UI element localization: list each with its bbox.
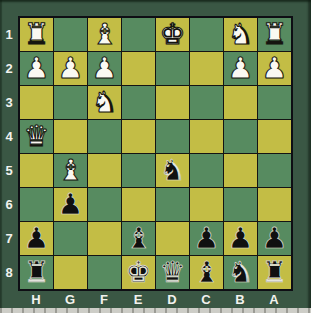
square-a2[interactable]: ♟ [258,52,291,85]
square-h8[interactable]: ♜ [20,256,53,289]
white-rook-h1: ♜ [20,18,53,51]
square-f6[interactable] [88,188,121,221]
file-label-f: F [87,291,121,308]
white-pawn-g2: ♟ [54,52,87,85]
file-label-d: D [155,291,189,308]
white-pawn-a2: ♟ [258,52,291,85]
square-g6[interactable]: ♟ [54,188,87,221]
rank-label-3: 3 [0,86,18,120]
white-knight-b1: ♞ [224,18,257,51]
chess-board: ♜♝♚♞♜♟♟♟♟♟♞♛♝♞♟♟♝♟♟♟♜♚♛♝♞♜ [18,16,293,291]
square-e7[interactable]: ♝ [122,222,155,255]
square-g7[interactable] [54,222,87,255]
white-bishop-g5: ♝ [54,154,87,187]
square-h1[interactable]: ♜ [20,18,53,51]
square-b4[interactable] [224,120,257,153]
white-pawn-h2: ♟ [20,52,53,85]
rank-label-7: 7 [0,222,18,256]
square-c4[interactable] [190,120,223,153]
square-f5[interactable] [88,154,121,187]
white-bishop-f1: ♝ [88,18,121,51]
square-h6[interactable] [20,188,53,221]
square-h2[interactable]: ♟ [20,52,53,85]
rank-label-5: 5 [0,154,18,188]
chess-board-grid: ♜♝♚♞♜♟♟♟♟♟♞♛♝♞♟♟♝♟♟♟♜♚♛♝♞♜ [20,18,291,289]
square-a5[interactable] [258,154,291,187]
square-f3[interactable]: ♞ [88,86,121,119]
rank-label-4: 4 [0,120,18,154]
black-knight-d5: ♞ [156,154,189,187]
square-e4[interactable] [122,120,155,153]
black-pawn-g6: ♟ [54,188,87,221]
square-b5[interactable] [224,154,257,187]
file-label-b: B [223,291,257,308]
square-e2[interactable] [122,52,155,85]
bottom-edge-strip [0,308,311,313]
rank-label-2: 2 [0,52,18,86]
square-b8[interactable]: ♞ [224,256,257,289]
square-c1[interactable] [190,18,223,51]
square-f4[interactable] [88,120,121,153]
square-g4[interactable] [54,120,87,153]
square-b6[interactable] [224,188,257,221]
square-f1[interactable]: ♝ [88,18,121,51]
black-king-e8: ♚ [122,256,155,289]
square-e8[interactable]: ♚ [122,256,155,289]
square-h4[interactable]: ♛ [20,120,53,153]
white-pawn-b2: ♟ [224,52,257,85]
black-rook-a8: ♜ [258,256,291,289]
chess-app-window: 12345678 ♜♝♚♞♜♟♟♟♟♟♞♛♝♞♟♟♝♟♟♟♜♚♛♝♞♜ HGFE… [0,0,311,313]
black-knight-b8: ♞ [224,256,257,289]
black-pawn-h7: ♟ [20,222,53,255]
square-b3[interactable] [224,86,257,119]
file-label-a: A [257,291,291,308]
square-f7[interactable] [88,222,121,255]
black-queen-d8: ♛ [156,256,189,289]
square-d2[interactable] [156,52,189,85]
square-d6[interactable] [156,188,189,221]
file-label-c: C [189,291,223,308]
square-d5[interactable]: ♞ [156,154,189,187]
rank-label-1: 1 [0,18,18,52]
black-pawn-c7: ♟ [190,222,223,255]
square-g8[interactable] [54,256,87,289]
square-g5[interactable]: ♝ [54,154,87,187]
square-a6[interactable] [258,188,291,221]
black-pawn-b7: ♟ [224,222,257,255]
square-b1[interactable]: ♞ [224,18,257,51]
square-e1[interactable] [122,18,155,51]
black-bishop-e7: ♝ [122,222,155,255]
square-c8[interactable]: ♝ [190,256,223,289]
file-labels: HGFEDCBA [18,291,293,308]
square-e6[interactable] [122,188,155,221]
square-c3[interactable] [190,86,223,119]
square-b2[interactable]: ♟ [224,52,257,85]
square-f2[interactable]: ♟ [88,52,121,85]
white-pawn-f2: ♟ [88,52,121,85]
square-g2[interactable]: ♟ [54,52,87,85]
file-label-h: H [19,291,53,308]
square-a7[interactable]: ♟ [258,222,291,255]
square-h5[interactable] [20,154,53,187]
square-c7[interactable]: ♟ [190,222,223,255]
square-c5[interactable] [190,154,223,187]
square-a1[interactable]: ♜ [258,18,291,51]
square-c6[interactable] [190,188,223,221]
rank-label-6: 6 [0,188,18,222]
rank-label-8: 8 [0,256,18,290]
square-e3[interactable] [122,86,155,119]
square-d3[interactable] [156,86,189,119]
square-a8[interactable]: ♜ [258,256,291,289]
file-label-g: G [53,291,87,308]
square-a4[interactable] [258,120,291,153]
square-d8[interactable]: ♛ [156,256,189,289]
square-g1[interactable] [54,18,87,51]
white-queen-h4: ♛ [20,120,53,153]
black-bishop-c8: ♝ [190,256,223,289]
white-knight-f3: ♞ [88,86,121,119]
white-rook-a1: ♜ [258,18,291,51]
rank-labels: 12345678 [0,16,18,291]
square-d1[interactable]: ♚ [156,18,189,51]
file-label-e: E [121,291,155,308]
square-a3[interactable] [258,86,291,119]
square-g3[interactable] [54,86,87,119]
square-d7[interactable] [156,222,189,255]
square-h7[interactable]: ♟ [20,222,53,255]
black-pawn-a7: ♟ [258,222,291,255]
white-king-d1: ♚ [156,18,189,51]
square-h3[interactable] [20,86,53,119]
square-b7[interactable]: ♟ [224,222,257,255]
square-d4[interactable] [156,120,189,153]
square-f8[interactable] [88,256,121,289]
black-rook-h8: ♜ [20,256,53,289]
square-e5[interactable] [122,154,155,187]
square-c2[interactable] [190,52,223,85]
